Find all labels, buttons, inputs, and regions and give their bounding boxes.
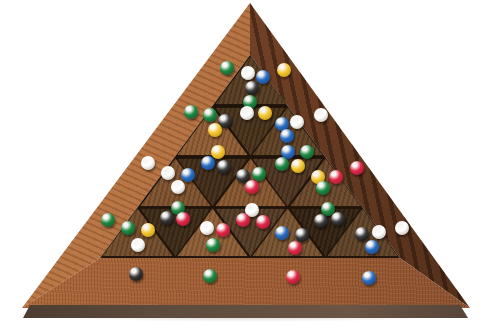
peg-red — [176, 212, 190, 226]
peg-blue — [275, 226, 289, 240]
peg-white — [161, 166, 175, 180]
peg-red — [288, 241, 302, 255]
peg-blue — [362, 271, 376, 285]
peg-white — [290, 115, 304, 129]
peg-red — [216, 223, 230, 237]
peg-green — [220, 61, 234, 75]
peg-white — [395, 221, 409, 235]
peg-blue — [280, 129, 294, 143]
peg-black — [217, 160, 231, 174]
peg-red — [329, 170, 343, 184]
peg-white — [372, 225, 386, 239]
peg-blue — [181, 168, 195, 182]
peg-green — [300, 145, 314, 159]
peg-blue — [365, 240, 379, 254]
peg-green — [252, 167, 266, 181]
peg-green — [184, 105, 198, 119]
peg-red — [350, 161, 364, 175]
peg-black — [314, 214, 328, 228]
peg-red — [245, 180, 259, 194]
peg-white — [240, 106, 254, 120]
peg-yellow — [277, 63, 291, 77]
peg-black — [355, 227, 369, 241]
peg-blue — [201, 156, 215, 170]
peg-black — [331, 212, 345, 226]
peg-white — [141, 156, 155, 170]
peg-layer — [0, 0, 500, 336]
peg-green — [203, 269, 217, 283]
peg-green — [206, 238, 220, 252]
peg-red — [286, 270, 300, 284]
peg-yellow — [141, 223, 155, 237]
peg-yellow — [211, 145, 225, 159]
peg-green — [121, 221, 135, 235]
peg-black — [245, 81, 259, 95]
peg-black — [295, 228, 309, 242]
peg-white — [171, 180, 185, 194]
peg-blue — [256, 70, 270, 84]
peg-white — [314, 108, 328, 122]
peg-yellow — [258, 106, 272, 120]
peg-red — [256, 215, 270, 229]
peg-white — [200, 221, 214, 235]
peg-green — [275, 157, 289, 171]
peg-black — [160, 211, 174, 225]
peg-red — [236, 213, 250, 227]
peg-yellow — [291, 159, 305, 173]
triangle-puzzle-board — [0, 0, 500, 336]
peg-yellow — [208, 123, 222, 137]
peg-green — [203, 108, 217, 122]
peg-green — [316, 181, 330, 195]
peg-green — [101, 213, 115, 227]
peg-white — [241, 66, 255, 80]
peg-white — [131, 238, 145, 252]
peg-black — [129, 267, 143, 281]
